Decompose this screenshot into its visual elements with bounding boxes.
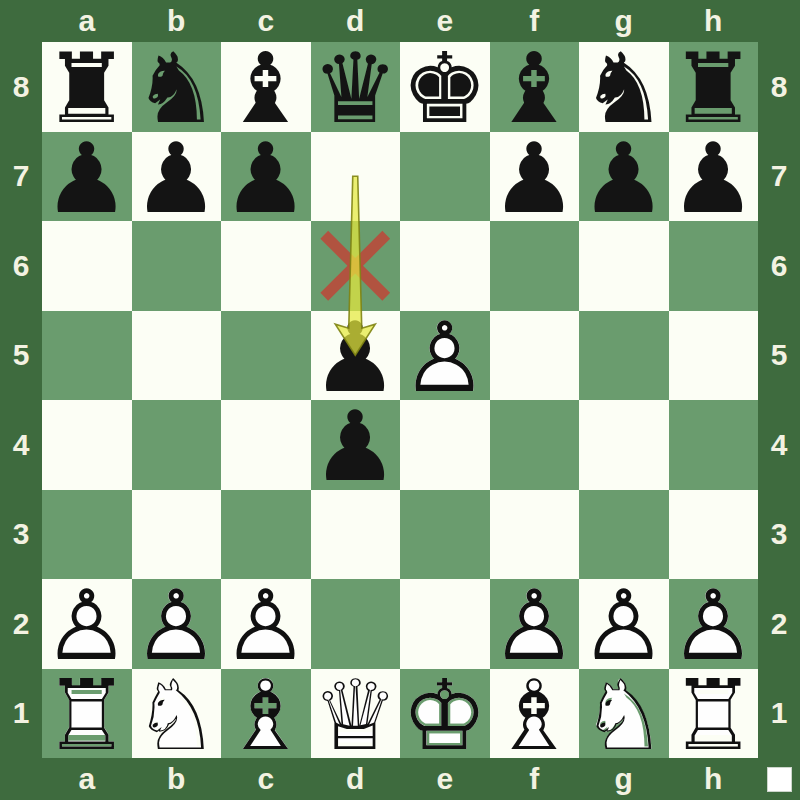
black-p-piece: ♟ bbox=[132, 134, 222, 224]
chess-board-frame: abcdefgh abcdefgh 87654321 87654321 ♜♞♝♛… bbox=[0, 0, 800, 800]
square-b5[interactable] bbox=[132, 311, 222, 401]
square-a8[interactable]: ♜ bbox=[42, 42, 132, 132]
black-p-piece: ♟ bbox=[221, 134, 311, 224]
rank-label-4: 4 bbox=[0, 400, 42, 490]
square-d7[interactable] bbox=[311, 132, 401, 222]
file-labels-top: abcdefgh bbox=[42, 0, 758, 42]
rank-label-5: 5 bbox=[758, 311, 800, 401]
square-b8[interactable]: ♞ bbox=[132, 42, 222, 132]
white-b-piece-outline: ♗ bbox=[490, 671, 580, 761]
square-f3[interactable] bbox=[490, 490, 580, 580]
square-c2[interactable]: ♟♙ bbox=[221, 579, 311, 669]
white-p-piece-outline: ♙ bbox=[400, 313, 490, 403]
square-e8[interactable]: ♚ bbox=[400, 42, 490, 132]
white-p-piece-outline: ♙ bbox=[669, 581, 759, 671]
white-p-piece-outline: ♙ bbox=[490, 581, 580, 671]
square-a2[interactable]: ♟♙ bbox=[42, 579, 132, 669]
rank-label-1: 1 bbox=[758, 669, 800, 759]
rank-label-1: 1 bbox=[0, 669, 42, 759]
square-b2[interactable]: ♟♙ bbox=[132, 579, 222, 669]
white-p-piece: ♟ bbox=[400, 313, 490, 403]
rank-label-6: 6 bbox=[0, 221, 42, 311]
square-d2[interactable] bbox=[311, 579, 401, 669]
square-g2[interactable]: ♟♙ bbox=[579, 579, 669, 669]
square-c4[interactable] bbox=[221, 400, 311, 490]
square-g8[interactable]: ♞ bbox=[579, 42, 669, 132]
square-c7[interactable]: ♟ bbox=[221, 132, 311, 222]
square-a4[interactable] bbox=[42, 400, 132, 490]
black-n-piece: ♞ bbox=[579, 44, 669, 134]
file-label-a: a bbox=[42, 0, 132, 42]
square-g3[interactable] bbox=[579, 490, 669, 580]
white-p-piece-outline: ♙ bbox=[42, 581, 132, 671]
white-q-piece-outline: ♕ bbox=[311, 671, 401, 761]
rank-label-3: 3 bbox=[0, 490, 42, 580]
rank-label-5: 5 bbox=[0, 311, 42, 401]
rank-label-4: 4 bbox=[758, 400, 800, 490]
square-f2[interactable]: ♟♙ bbox=[490, 579, 580, 669]
square-d1[interactable]: ♛♕ bbox=[311, 669, 401, 759]
square-d3[interactable] bbox=[311, 490, 401, 580]
black-p-piece: ♟ bbox=[669, 134, 759, 224]
white-r-piece-outline: ♖ bbox=[669, 671, 759, 761]
white-n-piece: ♞ bbox=[132, 671, 222, 761]
file-label-b: b bbox=[132, 0, 222, 42]
rank-label-8: 8 bbox=[758, 42, 800, 132]
white-p-piece-outline: ♙ bbox=[221, 581, 311, 671]
square-b1[interactable]: ♞♘ bbox=[132, 669, 222, 759]
file-labels-bottom: abcdefgh bbox=[42, 758, 758, 800]
square-b3[interactable] bbox=[132, 490, 222, 580]
file-label-g: g bbox=[579, 0, 669, 42]
square-e4[interactable] bbox=[400, 400, 490, 490]
rank-label-3: 3 bbox=[758, 490, 800, 580]
square-h8[interactable]: ♜ bbox=[669, 42, 759, 132]
file-label-c: c bbox=[221, 758, 311, 800]
square-d8[interactable]: ♛ bbox=[311, 42, 401, 132]
black-p-piece: ♟ bbox=[311, 313, 401, 403]
square-h2[interactable]: ♟♙ bbox=[669, 579, 759, 669]
square-c8[interactable]: ♝ bbox=[221, 42, 311, 132]
file-label-e: e bbox=[400, 758, 490, 800]
white-p-piece: ♟ bbox=[221, 581, 311, 671]
square-e3[interactable] bbox=[400, 490, 490, 580]
black-b-piece: ♝ bbox=[490, 44, 580, 134]
square-h7[interactable]: ♟ bbox=[669, 132, 759, 222]
black-p-piece: ♟ bbox=[490, 134, 580, 224]
square-g4[interactable] bbox=[579, 400, 669, 490]
square-g6[interactable] bbox=[579, 221, 669, 311]
square-c1[interactable]: ♝♗ bbox=[221, 669, 311, 759]
file-label-a: a bbox=[42, 758, 132, 800]
rank-label-7: 7 bbox=[758, 132, 800, 222]
file-label-f: f bbox=[490, 0, 580, 42]
rank-label-8: 8 bbox=[0, 42, 42, 132]
black-p-piece: ♟ bbox=[579, 134, 669, 224]
black-p-piece: ♟ bbox=[42, 134, 132, 224]
square-d5[interactable]: ♟ bbox=[311, 311, 401, 401]
rank-labels-left: 87654321 bbox=[0, 42, 42, 758]
square-d4[interactable]: ♟ bbox=[311, 400, 401, 490]
white-to-move-indicator bbox=[767, 767, 792, 792]
black-r-piece: ♜ bbox=[42, 44, 132, 134]
white-k-piece-outline: ♔ bbox=[400, 671, 490, 761]
square-g7[interactable]: ♟ bbox=[579, 132, 669, 222]
square-h6[interactable] bbox=[669, 221, 759, 311]
square-e7[interactable] bbox=[400, 132, 490, 222]
white-n-piece: ♞ bbox=[579, 671, 669, 761]
square-e6[interactable] bbox=[400, 221, 490, 311]
square-c3[interactable] bbox=[221, 490, 311, 580]
file-label-h: h bbox=[669, 758, 759, 800]
square-f7[interactable]: ♟ bbox=[490, 132, 580, 222]
black-r-piece: ♜ bbox=[669, 44, 759, 134]
rank-label-6: 6 bbox=[758, 221, 800, 311]
square-f5[interactable] bbox=[490, 311, 580, 401]
white-p-piece: ♟ bbox=[669, 581, 759, 671]
white-p-piece: ♟ bbox=[579, 581, 669, 671]
square-f6[interactable] bbox=[490, 221, 580, 311]
rank-label-2: 2 bbox=[0, 579, 42, 669]
square-c6[interactable] bbox=[221, 221, 311, 311]
white-r-piece: ♜ bbox=[669, 671, 759, 761]
square-g5[interactable] bbox=[579, 311, 669, 401]
square-e5[interactable]: ♟♙ bbox=[400, 311, 490, 401]
white-p-piece: ♟ bbox=[132, 581, 222, 671]
black-n-piece: ♞ bbox=[132, 44, 222, 134]
file-label-d: d bbox=[311, 758, 401, 800]
square-b7[interactable]: ♟ bbox=[132, 132, 222, 222]
square-d6[interactable] bbox=[311, 221, 401, 311]
square-g1[interactable]: ♞♘ bbox=[579, 669, 669, 759]
file-label-h: h bbox=[669, 0, 759, 42]
white-q-piece: ♛ bbox=[311, 671, 401, 761]
black-b-piece: ♝ bbox=[221, 44, 311, 134]
white-b-piece-outline: ♗ bbox=[221, 671, 311, 761]
square-a1[interactable]: ♜♖ bbox=[42, 669, 132, 759]
white-k-piece: ♚ bbox=[400, 671, 490, 761]
white-b-piece: ♝ bbox=[490, 671, 580, 761]
white-p-piece: ♟ bbox=[42, 581, 132, 671]
rank-label-7: 7 bbox=[0, 132, 42, 222]
white-p-piece-outline: ♙ bbox=[132, 581, 222, 671]
square-f1[interactable]: ♝♗ bbox=[490, 669, 580, 759]
square-h4[interactable] bbox=[669, 400, 759, 490]
file-label-b: b bbox=[132, 758, 222, 800]
square-b6[interactable] bbox=[132, 221, 222, 311]
square-a7[interactable]: ♟ bbox=[42, 132, 132, 222]
square-f8[interactable]: ♝ bbox=[490, 42, 580, 132]
square-a6[interactable] bbox=[42, 221, 132, 311]
rank-label-2: 2 bbox=[758, 579, 800, 669]
square-a5[interactable] bbox=[42, 311, 132, 401]
rank-labels-right: 87654321 bbox=[758, 42, 800, 758]
square-e2[interactable] bbox=[400, 579, 490, 669]
square-c5[interactable] bbox=[221, 311, 311, 401]
file-label-e: e bbox=[400, 0, 490, 42]
square-h1[interactable]: ♜♖ bbox=[669, 669, 759, 759]
file-label-d: d bbox=[311, 0, 401, 42]
black-q-piece: ♛ bbox=[311, 44, 401, 134]
square-h5[interactable] bbox=[669, 311, 759, 401]
white-n-piece-outline: ♘ bbox=[132, 671, 222, 761]
white-n-piece-outline: ♘ bbox=[579, 671, 669, 761]
file-label-g: g bbox=[579, 758, 669, 800]
black-p-piece: ♟ bbox=[311, 402, 401, 492]
square-b4[interactable] bbox=[132, 400, 222, 490]
file-label-f: f bbox=[490, 758, 580, 800]
white-r-piece: ♜ bbox=[42, 671, 132, 761]
white-r-piece-outline: ♖ bbox=[42, 671, 132, 761]
chess-board: ♜♞♝♛♚♝♞♜♟♟♟♟♟♟♟♟♙♟♟♙♟♙♟♙♟♙♟♙♟♙♜♖♞♘♝♗♛♕♚♔… bbox=[42, 42, 758, 758]
square-e1[interactable]: ♚♔ bbox=[400, 669, 490, 759]
square-a3[interactable] bbox=[42, 490, 132, 580]
white-p-piece: ♟ bbox=[490, 581, 580, 671]
file-label-c: c bbox=[221, 0, 311, 42]
black-k-piece: ♚ bbox=[400, 44, 490, 134]
white-b-piece: ♝ bbox=[221, 671, 311, 761]
square-f4[interactable] bbox=[490, 400, 580, 490]
white-p-piece-outline: ♙ bbox=[579, 581, 669, 671]
square-h3[interactable] bbox=[669, 490, 759, 580]
